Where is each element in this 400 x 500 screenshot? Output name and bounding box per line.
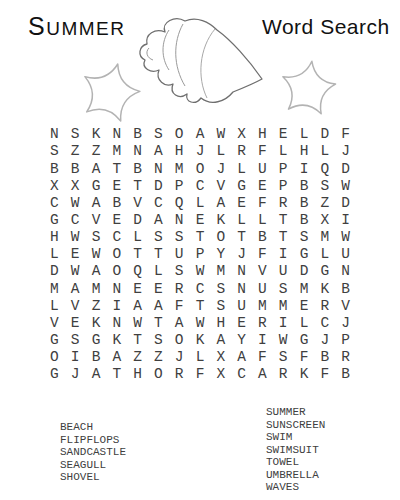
word-list-item: SUMMER	[266, 406, 325, 419]
page-title: SUMMER	[28, 14, 125, 39]
word-list-item: SHOVEL	[60, 471, 126, 484]
grid-cell[interactable]: O	[210, 229, 231, 246]
grid-cell[interactable]: K	[86, 126, 107, 143]
grid-cell[interactable]: X	[231, 126, 252, 143]
grid-cell[interactable]: D	[44, 263, 65, 280]
grid-cell[interactable]: L	[314, 143, 335, 160]
grid-cell[interactable]: T	[127, 246, 148, 263]
grid-cell[interactable]: E	[127, 280, 148, 297]
grid-cell[interactable]: I	[294, 160, 315, 177]
grid-cell[interactable]: J	[314, 332, 335, 349]
word-list-item: BEACH	[60, 421, 126, 434]
grid-cell[interactable]: J	[210, 160, 231, 177]
grid-cell[interactable]: A	[106, 349, 127, 366]
grid-cell[interactable]: Z	[148, 349, 169, 366]
grid-cell[interactable]: Z	[127, 349, 148, 366]
grid-cell[interactable]: B	[335, 366, 356, 383]
grid-cell[interactable]: A	[127, 297, 148, 314]
grid-cell[interactable]: M	[294, 280, 315, 297]
grid-cell[interactable]: H	[294, 143, 315, 160]
grid-cell[interactable]: H	[127, 366, 148, 383]
grid-cell[interactable]: M	[106, 143, 127, 160]
grid-cell[interactable]: S	[210, 280, 231, 297]
grid-cell[interactable]: K	[314, 280, 335, 297]
word-list-item: FLIPFLOPS	[60, 434, 126, 447]
grid-cell[interactable]: W	[210, 126, 231, 143]
grid-cell[interactable]: G	[294, 246, 315, 263]
grid-cell[interactable]: S	[65, 332, 86, 349]
grid-cell[interactable]: I	[106, 297, 127, 314]
grid-cell[interactable]: X	[314, 212, 335, 229]
grid-cell[interactable]: P	[273, 177, 294, 194]
grid-cell[interactable]: D	[127, 212, 148, 229]
grid-cell[interactable]: H	[44, 229, 65, 246]
grid-cell[interactable]: A	[86, 160, 107, 177]
grid-cell[interactable]: T	[273, 212, 294, 229]
grid-cell[interactable]: V	[252, 263, 273, 280]
word-list-item: SWIMSUIT	[266, 444, 325, 457]
grid-cell[interactable]: C	[190, 177, 211, 194]
grid-cell[interactable]: Q	[314, 160, 335, 177]
grid-cell[interactable]: W	[273, 332, 294, 349]
word-list-item: TOWEL	[266, 456, 325, 469]
grid-cell[interactable]: E	[65, 314, 86, 331]
grid-cell[interactable]: O	[44, 349, 65, 366]
grid-cell[interactable]: W	[127, 314, 148, 331]
grid-cell[interactable]: W	[86, 246, 107, 263]
grid-cell[interactable]: A	[231, 349, 252, 366]
grid-cell[interactable]: B	[106, 195, 127, 212]
word-list-item: SUNSCREEN	[266, 419, 325, 432]
grid-cell[interactable]: J	[335, 143, 356, 160]
grid-cell[interactable]: V	[127, 195, 148, 212]
page-title-initial: S	[28, 12, 46, 40]
grid-cell[interactable]: K	[86, 314, 107, 331]
grid-cell[interactable]: L	[294, 314, 315, 331]
grid-cell[interactable]: F	[314, 366, 335, 383]
grid-cell[interactable]: G	[314, 263, 335, 280]
grid-cell[interactable]: M	[273, 297, 294, 314]
word-list-item: UMBRELLA	[266, 469, 325, 482]
grid-cell[interactable]: E	[65, 246, 86, 263]
grid-cell[interactable]: I	[273, 246, 294, 263]
grid-cell[interactable]: Y	[231, 332, 252, 349]
grid-cell[interactable]: S	[210, 297, 231, 314]
word-search-grid: NSKNBSOAWXHELDFSZZMNAHJLRFLHLJBBATBNMOJL…	[44, 126, 356, 383]
grid-cell[interactable]: A	[148, 143, 169, 160]
grid-cell[interactable]: V	[86, 212, 107, 229]
grid-cell[interactable]: W	[335, 229, 356, 246]
grid-cell[interactable]: B	[44, 160, 65, 177]
grid-cell[interactable]: C	[106, 229, 127, 246]
grid-cell[interactable]: D	[335, 195, 356, 212]
word-list-item: WAVES	[266, 481, 325, 494]
grid-cell[interactable]: O	[169, 332, 190, 349]
grid-cell[interactable]: M	[169, 160, 190, 177]
grid-cell[interactable]: S	[65, 126, 86, 143]
grid-cell[interactable]: A	[252, 366, 273, 383]
grid-cell[interactable]: R	[314, 297, 335, 314]
grid-cell[interactable]: E	[106, 212, 127, 229]
grid-cell[interactable]: S	[148, 332, 169, 349]
grid-cell[interactable]: A	[148, 297, 169, 314]
grid-cell[interactable]: T	[148, 314, 169, 331]
grid-cell[interactable]: L	[231, 212, 252, 229]
word-list-right: SUMMERSUNSCREENSWIMSWIMSUITTOWELUMBRELLA…	[266, 406, 325, 494]
starfish-left-icon	[72, 56, 148, 128]
grid-cell[interactable]: N	[335, 263, 356, 280]
grid-cell[interactable]: R	[273, 366, 294, 383]
grid-cell[interactable]: J	[190, 143, 211, 160]
grid-cell[interactable]: L	[273, 143, 294, 160]
grid-cell[interactable]: O	[148, 366, 169, 383]
grid-cell[interactable]: E	[273, 126, 294, 143]
grid-cell[interactable]: S	[148, 229, 169, 246]
grid-cell[interactable]: A	[86, 263, 107, 280]
grid-cell[interactable]: A	[210, 195, 231, 212]
grid-cell[interactable]: P	[169, 177, 190, 194]
grid-cell[interactable]: W	[65, 195, 86, 212]
grid-cell[interactable]: R	[252, 314, 273, 331]
grid-cell[interactable]: R	[335, 349, 356, 366]
grid-cell[interactable]: L	[314, 246, 335, 263]
grid-cell[interactable]: A	[169, 314, 190, 331]
grid-cell[interactable]: I	[252, 332, 273, 349]
grid-cell[interactable]: L	[190, 349, 211, 366]
grid-cell[interactable]: V	[210, 177, 231, 194]
grid-cell[interactable]: Q	[169, 195, 190, 212]
grid-cell[interactable]: U	[231, 297, 252, 314]
grid-cell[interactable]: J	[65, 366, 86, 383]
grid-cell[interactable]: U	[169, 246, 190, 263]
grid-cell[interactable]: L	[190, 195, 211, 212]
grid-cell[interactable]: L	[294, 126, 315, 143]
grid-cell[interactable]: U	[252, 160, 273, 177]
grid-cell[interactable]: L	[44, 297, 65, 314]
grid-cell[interactable]: S	[86, 229, 107, 246]
grid-cell[interactable]: A	[65, 280, 86, 297]
grid-cell[interactable]: L	[252, 212, 273, 229]
grid-cell[interactable]: A	[210, 332, 231, 349]
grid-cell[interactable]: D	[314, 126, 335, 143]
grid-cell[interactable]: B	[314, 349, 335, 366]
grid-cell[interactable]: U	[252, 280, 273, 297]
grid-cell[interactable]: V	[335, 297, 356, 314]
grid-cell[interactable]: T	[127, 177, 148, 194]
grid-cell[interactable]: I	[273, 314, 294, 331]
grid-cell[interactable]: B	[294, 212, 315, 229]
grid-cell[interactable]: C	[65, 212, 86, 229]
grid-cell[interactable]: E	[148, 280, 169, 297]
grid-cell[interactable]: W	[65, 229, 86, 246]
page-subtitle: Word Search	[262, 16, 390, 37]
grid-cell[interactable]: R	[169, 366, 190, 383]
grid-cell[interactable]: L	[44, 246, 65, 263]
grid-cell[interactable]: T	[190, 229, 211, 246]
grid-cell[interactable]: S	[294, 229, 315, 246]
grid-cell[interactable]: F	[252, 143, 273, 160]
grid-cell[interactable]: X	[65, 177, 86, 194]
grid-cell[interactable]: G	[44, 212, 65, 229]
grid-cell[interactable]: B	[335, 280, 356, 297]
grid-cell[interactable]: R	[273, 195, 294, 212]
grid-cell[interactable]: G	[44, 366, 65, 383]
grid-cell[interactable]: U	[335, 246, 356, 263]
grid-cell[interactable]: O	[106, 263, 127, 280]
grid-cell[interactable]: L	[210, 143, 231, 160]
page-title-rest: UMMER	[46, 18, 125, 39]
grid-cell[interactable]: P	[335, 332, 356, 349]
grid-cell[interactable]: S	[44, 143, 65, 160]
grid-cell[interactable]: N	[106, 126, 127, 143]
grid-cell[interactable]: B	[86, 349, 107, 366]
grid-cell[interactable]: P	[190, 246, 211, 263]
grid-cell[interactable]: Z	[86, 297, 107, 314]
grid-cell[interactable]: F	[252, 246, 273, 263]
grid-cell[interactable]: R	[231, 143, 252, 160]
grid-cell[interactable]: F	[252, 195, 273, 212]
grid-cell[interactable]: X	[210, 366, 231, 383]
grid-cell[interactable]: C	[314, 314, 335, 331]
grid-cell[interactable]: G	[231, 177, 252, 194]
grid-cell[interactable]: S	[273, 280, 294, 297]
grid-cell[interactable]: D	[148, 177, 169, 194]
grid-cell[interactable]: N	[231, 263, 252, 280]
grid-cell[interactable]: B	[65, 160, 86, 177]
grid-cell[interactable]: L	[127, 229, 148, 246]
grid-cell[interactable]: E	[294, 297, 315, 314]
grid-cell[interactable]: O	[190, 160, 211, 177]
grid-cell[interactable]: Z	[65, 143, 86, 160]
grid-cell[interactable]: K	[190, 332, 211, 349]
grid-cell[interactable]: V	[44, 314, 65, 331]
grid-cell[interactable]: G	[44, 332, 65, 349]
grid-cell[interactable]: S	[169, 229, 190, 246]
grid-cell[interactable]: E	[231, 314, 252, 331]
grid-cell[interactable]: N	[106, 314, 127, 331]
grid-cell[interactable]: E	[190, 212, 211, 229]
word-list-left: BEACHFLIPFLOPSSANDCASTLESEAGULLSHOVEL	[60, 421, 126, 484]
grid-cell[interactable]: H	[252, 126, 273, 143]
grid-cell[interactable]: K	[106, 332, 127, 349]
grid-cell[interactable]: T	[190, 297, 211, 314]
grid-cell[interactable]: Y	[210, 246, 231, 263]
worksheet-page: SUMMER Word Search NSKNBSOAWXHELDFSZZMNA…	[0, 0, 400, 500]
grid-cell[interactable]: S	[273, 349, 294, 366]
grid-cell[interactable]: F	[294, 349, 315, 366]
grid-cell[interactable]: F	[252, 349, 273, 366]
grid-cell[interactable]: G	[86, 177, 107, 194]
grid-cell[interactable]: T	[106, 160, 127, 177]
grid-cell[interactable]: G	[86, 332, 107, 349]
grid-cell[interactable]: X	[210, 349, 231, 366]
grid-cell[interactable]: H	[210, 314, 231, 331]
grid-cell[interactable]: T	[106, 366, 127, 383]
grid-cell[interactable]: O	[106, 246, 127, 263]
grid-cell[interactable]: N	[148, 160, 169, 177]
grid-cell[interactable]: N	[44, 126, 65, 143]
grid-cell[interactable]: K	[294, 366, 315, 383]
grid-cell[interactable]: M	[252, 297, 273, 314]
grid-cell[interactable]: C	[148, 195, 169, 212]
grid-cell[interactable]: N	[169, 212, 190, 229]
grid-cell[interactable]: D	[335, 160, 356, 177]
grid-cell[interactable]: U	[273, 263, 294, 280]
grid-cell[interactable]: T	[231, 229, 252, 246]
grid-cell[interactable]: J	[169, 349, 190, 366]
grid-cell[interactable]: N	[127, 143, 148, 160]
grid-cell[interactable]: F	[169, 297, 190, 314]
grid-cell[interactable]: A	[190, 126, 211, 143]
grid-cell[interactable]: C	[44, 195, 65, 212]
seashell-icon	[135, 8, 267, 110]
grid-cell[interactable]: W	[190, 314, 211, 331]
grid-cell[interactable]: J	[231, 246, 252, 263]
grid-cell[interactable]: C	[231, 366, 252, 383]
grid-cell[interactable]: O	[169, 126, 190, 143]
grid-cell[interactable]: E	[231, 195, 252, 212]
grid-cell[interactable]: A	[86, 366, 107, 383]
grid-cell[interactable]: T	[127, 332, 148, 349]
grid-cell[interactable]: W	[190, 263, 211, 280]
grid-cell[interactable]: F	[335, 126, 356, 143]
grid-cell[interactable]: N	[106, 280, 127, 297]
grid-cell[interactable]: M	[314, 229, 335, 246]
grid-cell[interactable]: T	[148, 246, 169, 263]
grid-cell[interactable]: B	[294, 195, 315, 212]
word-list-item: SWIM	[266, 431, 325, 444]
grid-cell[interactable]: J	[335, 314, 356, 331]
grid-cell[interactable]: E	[252, 177, 273, 194]
grid-cell[interactable]: A	[86, 195, 107, 212]
grid-cell[interactable]: A	[148, 212, 169, 229]
grid-cell[interactable]: R	[169, 280, 190, 297]
grid-cell[interactable]: I	[65, 349, 86, 366]
grid-cell[interactable]: V	[65, 297, 86, 314]
grid-cell[interactable]: B	[294, 177, 315, 194]
grid-cell[interactable]: Z	[314, 195, 335, 212]
grid-cell[interactable]: S	[169, 263, 190, 280]
grid-cell[interactable]: W	[65, 263, 86, 280]
grid-cell[interactable]: L	[231, 160, 252, 177]
grid-cell[interactable]: P	[273, 160, 294, 177]
grid-cell[interactable]: B	[127, 126, 148, 143]
grid-cell[interactable]: W	[335, 177, 356, 194]
starfish-right-icon	[273, 54, 343, 122]
grid-cell[interactable]: Z	[86, 143, 107, 160]
grid-cell[interactable]: Q	[127, 263, 148, 280]
grid-cell[interactable]: F	[190, 366, 211, 383]
grid-cell[interactable]: I	[335, 212, 356, 229]
grid-cell[interactable]: M	[44, 280, 65, 297]
grid-cell[interactable]: E	[106, 177, 127, 194]
grid-cell[interactable]: S	[314, 177, 335, 194]
grid-cell[interactable]: X	[44, 177, 65, 194]
grid-cell[interactable]: M	[210, 263, 231, 280]
grid-cell[interactable]: M	[86, 280, 107, 297]
grid-cell[interactable]: S	[148, 126, 169, 143]
grid-cell[interactable]: C	[190, 280, 211, 297]
grid-cell[interactable]: H	[169, 143, 190, 160]
grid-cell[interactable]: G	[294, 332, 315, 349]
grid-cell[interactable]: B	[127, 160, 148, 177]
word-list-item: SANDCASTLE	[60, 446, 126, 459]
grid-cell[interactable]: N	[231, 280, 252, 297]
grid-cell[interactable]: D	[294, 263, 315, 280]
word-list-item: SEAGULL	[60, 459, 126, 472]
grid-cell[interactable]: T	[273, 229, 294, 246]
grid-cell[interactable]: L	[148, 263, 169, 280]
grid-cell[interactable]: B	[252, 229, 273, 246]
grid-cell[interactable]: K	[210, 212, 231, 229]
